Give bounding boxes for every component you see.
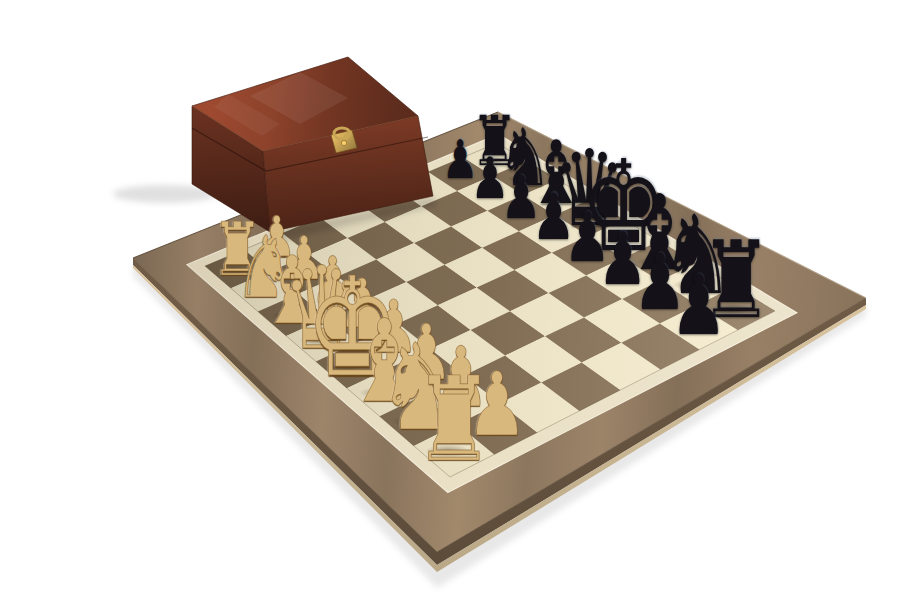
chess-set-product-photo: ♜♟♞♟♝♟♛♟♚♟♟♝♜♟♟♞♞♟♟♜♝♟♟♛♟♚♟♝♟♞♟♜ — [0, 0, 900, 600]
black-pawn[interactable]: ♟ — [670, 263, 727, 346]
brass-clasp-knob — [341, 140, 346, 145]
white-rook[interactable]: ♜ — [413, 361, 494, 478]
